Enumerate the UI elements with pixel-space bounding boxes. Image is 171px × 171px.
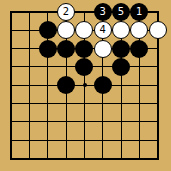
white-stone	[112, 21, 130, 39]
white-stone-move-2: 2	[57, 3, 75, 21]
white-stone	[130, 21, 148, 39]
move-number-label: 3	[99, 7, 105, 17]
move-number-label: 2	[63, 7, 69, 17]
black-stone	[94, 76, 112, 94]
black-stone	[112, 58, 130, 76]
white-stone	[94, 40, 112, 58]
white-stone-move-4: 4	[94, 21, 112, 39]
black-stone-move-5: 5	[112, 3, 130, 21]
black-stone	[75, 40, 93, 58]
black-stone	[57, 76, 75, 94]
move-number-label: 5	[118, 7, 124, 17]
move-number-label: 4	[99, 25, 105, 35]
move-number-label: 1	[136, 7, 142, 17]
white-stone	[75, 21, 93, 39]
black-stone-move-1: 1	[130, 3, 148, 21]
white-stone	[149, 21, 167, 39]
white-stone	[57, 21, 75, 39]
go-board: 23514	[2, 3, 167, 168]
black-stone	[39, 40, 57, 58]
go-diagram: 23514	[0, 0, 171, 171]
black-stone	[75, 58, 93, 76]
black-stone-move-3: 3	[94, 3, 112, 21]
black-stone	[130, 40, 148, 58]
black-stone	[57, 40, 75, 58]
black-stone	[112, 40, 130, 58]
black-stone	[39, 21, 57, 39]
